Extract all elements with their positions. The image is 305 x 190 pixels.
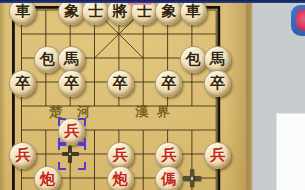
piece-black-soldier[interactable]: 卒: [204, 70, 231, 97]
window-top-edge: [0, 0, 305, 3]
piece-black-soldier[interactable]: 卒: [9, 70, 36, 97]
last-move-origin-marker: [62, 146, 79, 163]
side-panel: [246, 0, 305, 190]
piece-black-chariot[interactable]: 車: [180, 0, 207, 25]
piece-black-horse[interactable]: 馬: [58, 46, 85, 73]
piece-black-advisor[interactable]: 士: [82, 0, 109, 25]
piece-black-cannon[interactable]: 包: [34, 46, 61, 73]
piece-red-soldier[interactable]: 兵: [204, 142, 231, 169]
piece-red-horse[interactable]: 傌: [155, 166, 182, 190]
board-intersection-grid: 車象士將士象車包馬包馬卒卒卒卒卒兵兵兵兵炮炮傌兵: [9, 0, 228, 190]
piece-black-horse[interactable]: 馬: [204, 46, 231, 73]
piece-black-elephant[interactable]: 象: [58, 0, 85, 25]
xiangqi-board[interactable]: 楚河 漢界 車象士將士象車包馬包馬卒卒卒卒卒兵兵兵兵炮炮傌兵: [0, 0, 252, 190]
side-panel-window: [276, 113, 305, 190]
piece-black-chariot[interactable]: 車: [9, 0, 36, 25]
piece-black-soldier[interactable]: 卒: [155, 70, 182, 97]
piece-red-cannon[interactable]: 炮: [107, 166, 134, 190]
mouse-crosshair-cursor[interactable]: [183, 169, 201, 187]
piece-red-soldier[interactable]: 兵: [58, 118, 85, 145]
piece-black-soldier[interactable]: 卒: [58, 70, 85, 97]
piece-red-soldier[interactable]: 兵: [107, 142, 134, 169]
app-logo-icon: [291, 5, 305, 36]
piece-red-soldier[interactable]: 兵: [155, 142, 182, 169]
piece-red-cannon[interactable]: 炮: [34, 166, 61, 190]
piece-red-soldier[interactable]: 兵: [9, 142, 36, 169]
piece-black-soldier[interactable]: 卒: [107, 70, 134, 97]
piece-black-elephant[interactable]: 象: [155, 0, 182, 25]
piece-black-cannon[interactable]: 包: [180, 46, 207, 73]
app-logo-inner: [296, 9, 305, 31]
game-screen: 楚河 漢界 車象士將士象車包馬包馬卒卒卒卒卒兵兵兵兵炮炮傌兵: [0, 0, 305, 190]
